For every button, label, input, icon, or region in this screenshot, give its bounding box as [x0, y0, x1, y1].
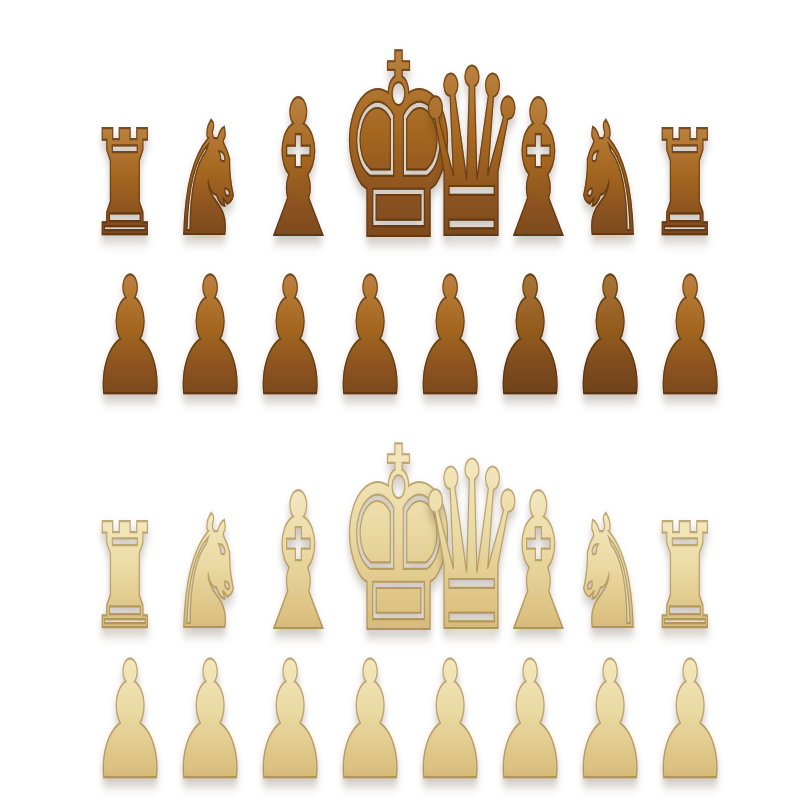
- light-pawn-icon: ♟: [250, 640, 330, 800]
- dark-pawn-icon: ♟: [490, 256, 570, 418]
- dark-pawn-row: ♟ ♟ ♟ ♟ ♟ ♟ ♟ ♟: [0, 240, 800, 398]
- dark-knight-icon: ♞: [570, 102, 647, 259]
- light-pawn-icon: ♟: [330, 640, 410, 800]
- dark-pawn-icon: ♟: [650, 256, 730, 418]
- piece-cell: ♟: [320, 680, 400, 792]
- dark-pawn-icon: ♟: [250, 256, 330, 418]
- light-pawn-icon: ♟: [570, 640, 650, 800]
- light-pawn-icon: ♟: [410, 640, 490, 800]
- dark-back-rank-row: ♜ ♞ ♝ ♚ ♛ ♝ ♞ ♜: [0, 0, 800, 240]
- piece-cell: ♟: [160, 296, 240, 408]
- dark-rook-icon: ♜: [649, 112, 721, 257]
- dark-rook-icon: ♜: [89, 112, 161, 257]
- piece-cell: ♟: [240, 680, 320, 792]
- light-pawn-icon: ♟: [170, 640, 250, 800]
- piece-cell: ♟: [480, 680, 560, 792]
- piece-cell: ♞: [560, 141, 640, 249]
- piece-cell: ♟: [480, 296, 560, 408]
- piece-cell: ♟: [640, 296, 720, 408]
- dark-pawn-icon: ♟: [170, 256, 250, 418]
- light-pawn-icon: ♟: [90, 640, 170, 800]
- piece-cell: ♝: [480, 122, 560, 252]
- piece-cell: ♝: [480, 515, 560, 645]
- piece-cell: ♟: [320, 296, 400, 408]
- light-pawn-icon: ♟: [490, 640, 570, 800]
- piece-cell: ♟: [80, 296, 160, 408]
- piece-cell: ♝: [240, 122, 320, 252]
- piece-cell: ♟: [560, 296, 640, 408]
- dark-bishop-icon: ♝: [252, 75, 345, 264]
- chess-set-product-photo: ♜ ♞ ♝ ♚ ♛ ♝ ♞ ♜ ♟ ♟ ♟ ♟ ♟ ♟ ♟ ♟ ♜ ♞ ♝ ♚ …: [0, 0, 800, 800]
- piece-cell: ♞: [160, 141, 240, 249]
- light-pawn-icon: ♟: [650, 640, 730, 800]
- piece-cell: ♟: [240, 296, 320, 408]
- piece-cell: ♜: [80, 148, 160, 248]
- piece-cell: ♟: [560, 680, 640, 792]
- light-pawn-row: ♟ ♟ ♟ ♟ ♟ ♟ ♟ ♟: [0, 624, 800, 800]
- dark-knight-icon: ♞: [170, 102, 247, 259]
- dark-pawn-icon: ♟: [90, 256, 170, 418]
- light-back-rank-row: ♜ ♞ ♝ ♚ ♛ ♝ ♞ ♜: [0, 398, 800, 624]
- piece-cell: ♟: [400, 296, 480, 408]
- piece-cell: ♝: [240, 515, 320, 645]
- piece-cell: ♟: [160, 680, 240, 792]
- piece-cell: ♜: [640, 148, 720, 248]
- piece-cell: ♟: [80, 680, 160, 792]
- piece-cell: ♟: [640, 680, 720, 792]
- dark-pawn-icon: ♟: [570, 256, 650, 418]
- piece-cell: ♟: [400, 680, 480, 792]
